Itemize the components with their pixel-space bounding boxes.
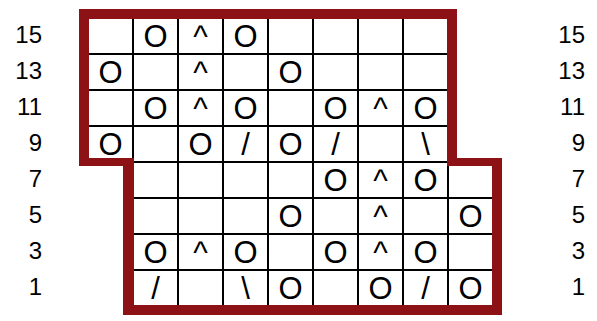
knitting-chart: 15131197531 O^OO^OO^OO^OOO/O/\ O^OO^OO^O… <box>0 0 597 321</box>
cell-r3-c5 <box>268 234 313 270</box>
cell-r15-c7 <box>358 18 403 54</box>
cell-r3-c2: O <box>133 234 178 270</box>
cell-r11-c3: ^ <box>178 90 223 126</box>
cell-r11-c5 <box>268 90 313 126</box>
cell-r5-c8 <box>403 198 448 234</box>
cell-r5-c5: O <box>268 198 313 234</box>
cell-r1-c2: / <box>133 270 178 306</box>
cell-r11-c1 <box>88 90 133 126</box>
cell-r15-c1 <box>88 18 133 54</box>
cell-r7-c7: ^ <box>358 162 403 198</box>
cell-r7-c9 <box>448 162 493 198</box>
cell-r15-c2: O <box>133 18 178 54</box>
row-label-left-1: 1 <box>0 270 42 306</box>
row-label-left-15: 15 <box>0 18 42 54</box>
cell-r3-c9 <box>448 234 493 270</box>
cell-r11-c4: O <box>223 90 268 126</box>
cell-r7-c4 <box>223 162 268 198</box>
row-label-left-3: 3 <box>0 234 42 270</box>
cell-r15-c4: O <box>223 18 268 54</box>
row-label-right-5: 5 <box>545 198 585 234</box>
row-label-right-13: 13 <box>545 54 585 90</box>
cell-r1-c5: O <box>268 270 313 306</box>
cell-r13-c8 <box>403 54 448 90</box>
row-label-right-15: 15 <box>545 18 585 54</box>
cell-r9-c2 <box>133 126 178 162</box>
row-label-right-9: 9 <box>545 126 585 162</box>
cell-r9-c7 <box>358 126 403 162</box>
cell-r3-c3: ^ <box>178 234 223 270</box>
cell-r5-c7: ^ <box>358 198 403 234</box>
cell-r5-c4 <box>223 198 268 234</box>
cell-r7-c2 <box>133 162 178 198</box>
cell-r13-c7 <box>358 54 403 90</box>
row-label-left-13: 13 <box>0 54 42 90</box>
cell-r3-c4: O <box>223 234 268 270</box>
cell-r1-c8: / <box>403 270 448 306</box>
row-label-left-9: 9 <box>0 126 42 162</box>
cell-r7-c6: O <box>313 162 358 198</box>
cell-r13-c1: O <box>88 54 133 90</box>
cell-r1-c9: O <box>448 270 493 306</box>
cell-r11-c2: O <box>133 90 178 126</box>
row-numbers-left: 15131197531 <box>0 18 42 306</box>
cell-r5-c9: O <box>448 198 493 234</box>
chart-section-bottom: O^OO^OO^OO^O/\OO/O <box>133 162 493 306</box>
row-label-left-11: 11 <box>0 90 42 126</box>
cell-r13-c2 <box>133 54 178 90</box>
cell-r1-c7: O <box>358 270 403 306</box>
cell-r15-c5 <box>268 18 313 54</box>
cell-r9-c6: / <box>313 126 358 162</box>
cell-r1-c3 <box>178 270 223 306</box>
cell-r11-c7: ^ <box>358 90 403 126</box>
row-label-right-7: 7 <box>545 162 585 198</box>
cell-r11-c8: O <box>403 90 448 126</box>
cell-r5-c2 <box>133 198 178 234</box>
cell-r15-c8 <box>403 18 448 54</box>
row-label-left-7: 7 <box>0 162 42 198</box>
cell-r13-c5: O <box>268 54 313 90</box>
cell-r9-c1: O <box>88 126 133 162</box>
cell-r11-c6: O <box>313 90 358 126</box>
row-label-left-5: 5 <box>0 198 42 234</box>
cell-r9-c3: O <box>178 126 223 162</box>
cell-r9-c5: O <box>268 126 313 162</box>
cell-r15-c3: ^ <box>178 18 223 54</box>
cell-r3-c8: O <box>403 234 448 270</box>
cell-r13-c4 <box>223 54 268 90</box>
row-label-right-3: 3 <box>545 234 585 270</box>
row-numbers-right: 15131197531 <box>545 18 585 306</box>
cell-r13-c6 <box>313 54 358 90</box>
cell-r7-c8: O <box>403 162 448 198</box>
cell-r5-c6 <box>313 198 358 234</box>
cell-r7-c5 <box>268 162 313 198</box>
cell-r9-c8: \ <box>403 126 448 162</box>
cell-r13-c3: ^ <box>178 54 223 90</box>
cell-r7-c3 <box>178 162 223 198</box>
cell-r3-c6: O <box>313 234 358 270</box>
cell-r9-c4: / <box>223 126 268 162</box>
row-label-right-11: 11 <box>545 90 585 126</box>
chart-section-top: O^OO^OO^OO^OOO/O/\ <box>88 18 448 162</box>
cell-r5-c3 <box>178 198 223 234</box>
row-label-right-1: 1 <box>545 270 585 306</box>
cell-r1-c6 <box>313 270 358 306</box>
cell-r3-c7: ^ <box>358 234 403 270</box>
cell-r1-c4: \ <box>223 270 268 306</box>
cell-r15-c6 <box>313 18 358 54</box>
